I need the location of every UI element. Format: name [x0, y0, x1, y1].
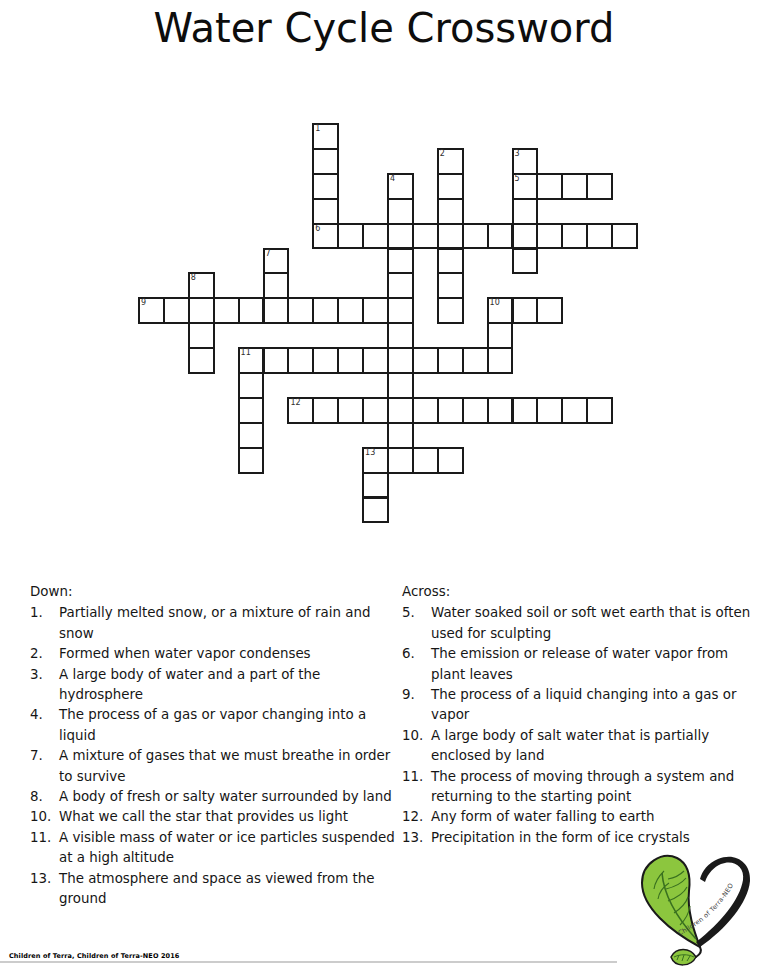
grid-cell[interactable] [264, 298, 289, 323]
grid-cell[interactable] [537, 398, 562, 423]
grid-cell[interactable] [438, 273, 463, 298]
clue-item: 2.Formed when water vapor condenses [30, 644, 396, 664]
clue-item-text: Formed when water vapor condenses [59, 644, 396, 664]
grid-cell[interactable]: 13 [363, 448, 388, 473]
grid-cell[interactable] [313, 174, 338, 199]
clue-item-text: The process of a gas or vapor changing i… [59, 705, 396, 746]
cell-clue-number: 7 [266, 249, 271, 259]
clue-item: 1.Partially melted snow, or a mixture of… [30, 603, 396, 644]
grid-cell[interactable] [214, 298, 239, 323]
grid-cell[interactable] [338, 298, 363, 323]
clue-item-text: A body of fresh or salty water surrounde… [59, 787, 396, 807]
across-clue-list: 5.Water soaked soil or soft wet earth th… [402, 603, 758, 848]
clue-item-text: A mixture of gases that we must breathe … [59, 746, 396, 787]
cell-clue-number: 3 [515, 149, 520, 159]
grid-cell[interactable] [388, 249, 413, 274]
grid-cell[interactable] [189, 298, 214, 323]
grid-cell[interactable] [413, 348, 438, 373]
clue-item-number: 1. [30, 603, 59, 623]
grid-cell[interactable] [388, 273, 413, 298]
grid-cell[interactable] [513, 249, 538, 274]
crossword-grid: 12345678910111213 [139, 124, 639, 524]
grid-cell[interactable] [488, 224, 513, 249]
grid-cell[interactable] [513, 224, 538, 249]
grid-cell[interactable] [587, 224, 612, 249]
grid-cell[interactable] [288, 348, 313, 373]
grid-cell[interactable] [537, 224, 562, 249]
grid-cell[interactable] [438, 398, 463, 423]
grid-cell[interactable] [363, 398, 388, 423]
clue-item-number: 3. [30, 665, 59, 685]
cell-clue-number: 13 [365, 448, 375, 458]
grid-cell[interactable] [338, 224, 363, 249]
clue-item-text: A large body of water and a part of the … [59, 665, 396, 706]
grid-cell[interactable] [438, 448, 463, 473]
clue-item: 12.Any form of water falling to earth [402, 807, 758, 827]
grid-cell[interactable] [488, 323, 513, 348]
grid-cell[interactable] [288, 298, 313, 323]
grid-cell[interactable] [463, 398, 488, 423]
footer-credit: Children of Terra, Children of Terra-NEO… [9, 952, 179, 960]
grid-cell[interactable] [388, 448, 413, 473]
clue-item-number: 8. [30, 787, 59, 807]
clue-item-text: A large body of salt water that is parti… [431, 726, 758, 767]
cell-clue-number: 12 [290, 398, 300, 408]
grid-cell[interactable] [264, 348, 289, 373]
grid-cell[interactable] [313, 348, 338, 373]
clue-item: 11.A visible mass of water or ice partic… [30, 828, 396, 869]
grid-cell[interactable] [463, 224, 488, 249]
clue-item-number: 4. [30, 705, 59, 725]
grid-cell[interactable] [562, 174, 587, 199]
grid-cell[interactable]: 10 [488, 298, 513, 323]
clue-item-text: The process of moving through a system a… [431, 767, 758, 808]
grid-cell[interactable] [488, 398, 513, 423]
bottom-divider [0, 961, 617, 963]
grid-cell[interactable] [438, 174, 463, 199]
clue-item-number: 12. [402, 807, 431, 827]
grid-cell[interactable] [388, 373, 413, 398]
across-heading: Across: [402, 582, 758, 602]
down-clues-section: Down: 1.Partially melted snow, or a mixt… [30, 582, 396, 910]
grid-cell[interactable] [413, 398, 438, 423]
grid-cell[interactable] [587, 174, 612, 199]
grid-cell[interactable] [164, 298, 189, 323]
clue-item-text: A visible mass of water or ice particles… [59, 828, 396, 869]
grid-cell[interactable] [438, 249, 463, 274]
clue-item-number: 7. [30, 746, 59, 766]
grid-cell[interactable] [388, 224, 413, 249]
grid-cell[interactable] [612, 224, 637, 249]
grid-cell[interactable] [239, 298, 264, 323]
clue-item-text: The process of a liquid changing into a … [431, 685, 758, 726]
clue-item-number: 5. [402, 603, 431, 623]
grid-cell[interactable] [313, 149, 338, 174]
cell-clue-number: 1 [315, 124, 320, 134]
clue-item-text: Water soaked soil or soft wet earth that… [431, 603, 758, 644]
clue-item-number: 11. [402, 767, 431, 787]
page-title: Water Cycle Crossword [0, 5, 768, 51]
clue-item-text: What we call the star that provides us l… [59, 807, 396, 827]
down-clue-list: 1.Partially melted snow, or a mixture of… [30, 603, 396, 909]
grid-cell[interactable] [363, 224, 388, 249]
grid-cell[interactable] [264, 273, 289, 298]
grid-cell[interactable]: 12 [288, 398, 313, 423]
worksheet-page: Water Cycle Crossword 12345678910111213 … [0, 0, 768, 969]
grid-cell[interactable]: 11 [239, 348, 264, 373]
clue-item: 10.A large body of salt water that is pa… [402, 726, 758, 767]
across-clues-section: Across: 5.Water soaked soil or soft wet … [402, 582, 758, 848]
grid-cell[interactable] [562, 224, 587, 249]
grid-cell[interactable] [313, 298, 338, 323]
grid-cell[interactable] [438, 199, 463, 224]
grid-cell[interactable] [239, 373, 264, 398]
grid-cell[interactable] [363, 348, 388, 373]
grid-cell[interactable] [438, 224, 463, 249]
clue-item: 11.The process of moving through a syste… [402, 767, 758, 808]
clue-item-number: 10. [402, 726, 431, 746]
grid-cell[interactable]: 3 [513, 149, 538, 174]
grid-cell[interactable] [363, 298, 388, 323]
down-heading: Down: [30, 582, 396, 602]
grid-cell[interactable] [388, 199, 413, 224]
clue-item: 7.A mixture of gases that we must breath… [30, 746, 396, 787]
grid-cell[interactable] [338, 348, 363, 373]
grid-cell[interactable] [388, 398, 413, 423]
cell-clue-number: 9 [141, 298, 146, 308]
grid-cell[interactable] [463, 348, 488, 373]
grid-cell[interactable] [413, 224, 438, 249]
clue-item: 5.Water soaked soil or soft wet earth th… [402, 603, 758, 644]
grid-cell[interactable] [438, 298, 463, 323]
clue-item-number: 6. [402, 644, 431, 664]
grid-cell[interactable] [239, 423, 264, 448]
clue-item: 13.The atmosphere and space as viewed fr… [30, 869, 396, 910]
grid-cell[interactable] [189, 323, 214, 348]
grid-cell[interactable] [438, 348, 463, 373]
grid-cell[interactable] [413, 448, 438, 473]
grid-cell[interactable] [388, 348, 413, 373]
clue-item: 10.What we call the star that provides u… [30, 807, 396, 827]
clue-item: 3.A large body of water and a part of th… [30, 665, 396, 706]
clue-item-number: 10. [30, 807, 59, 827]
clue-item: 8.A body of fresh or salty water surroun… [30, 787, 396, 807]
grid-cell[interactable] [562, 398, 587, 423]
grid-cell[interactable] [313, 398, 338, 423]
grid-cell[interactable] [537, 174, 562, 199]
cell-clue-number: 2 [440, 149, 445, 159]
grid-cell[interactable] [313, 199, 338, 224]
grid-cell[interactable] [338, 398, 363, 423]
clue-item-text: The emission or release of water vapor f… [431, 644, 758, 685]
cell-clue-number: 5 [515, 174, 520, 184]
grid-cell[interactable] [488, 348, 513, 373]
clue-item-number: 2. [30, 644, 59, 664]
grid-cell[interactable]: 8 [189, 273, 214, 298]
grid-cell[interactable]: 7 [264, 249, 289, 274]
grid-cell[interactable]: 6 [313, 224, 338, 249]
clue-item-text: Partially melted snow, or a mixture of r… [59, 603, 396, 644]
grid-cell[interactable]: 9 [139, 298, 164, 323]
clue-item-text: The atmosphere and space as viewed from … [59, 869, 396, 910]
grid-cell[interactable]: 4 [388, 174, 413, 199]
grid-cell[interactable] [388, 323, 413, 348]
cell-clue-number: 8 [191, 273, 196, 283]
clue-item-text: Any form of water falling to earth [431, 807, 758, 827]
cell-clue-number: 6 [315, 224, 320, 234]
grid-cell[interactable] [388, 298, 413, 323]
cell-clue-number: 11 [241, 348, 251, 358]
grid-cell[interactable] [388, 423, 413, 448]
grid-cell[interactable] [513, 199, 538, 224]
grid-cell[interactable]: 1 [313, 124, 338, 149]
grid-cell[interactable] [513, 298, 538, 323]
grid-cell[interactable]: 2 [438, 149, 463, 174]
grid-cell[interactable] [513, 398, 538, 423]
clue-item: 9.The process of a liquid changing into … [402, 685, 758, 726]
clue-item-number: 9. [402, 685, 431, 705]
clue-item-number: 13. [30, 869, 59, 889]
grid-cell[interactable] [587, 398, 612, 423]
grid-cell[interactable] [537, 298, 562, 323]
clue-item: 6.The emission or release of water vapor… [402, 644, 758, 685]
grid-cell[interactable] [239, 398, 264, 423]
clue-item: 4.The process of a gas or vapor changing… [30, 705, 396, 746]
cell-clue-number: 10 [490, 298, 500, 308]
grid-cell[interactable]: 5 [513, 174, 538, 199]
grid-cell[interactable] [363, 473, 388, 498]
clue-item-number: 11. [30, 828, 59, 848]
grid-cell[interactable] [189, 348, 214, 373]
grid-cell[interactable] [363, 498, 388, 523]
cell-clue-number: 4 [390, 174, 395, 184]
grid-cell[interactable] [239, 448, 264, 473]
clue-item-number: 13. [402, 828, 431, 848]
heart-leaf-logo: Children of Terra-NEO [622, 845, 768, 969]
